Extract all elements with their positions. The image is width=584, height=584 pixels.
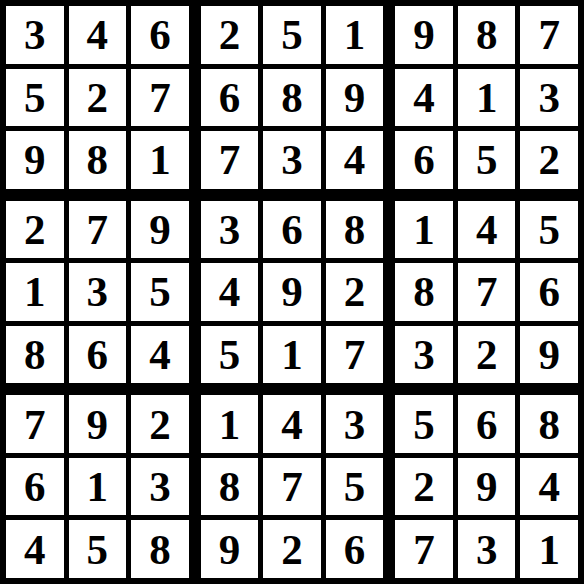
- cell-r8c5[interactable]: 7: [263, 458, 321, 516]
- cell-r3c7[interactable]: 6: [395, 131, 453, 189]
- cell-r3c1[interactable]: 9: [6, 131, 64, 189]
- cell-r1c6[interactable]: 1: [326, 6, 384, 64]
- cell-r7c1[interactable]: 7: [6, 395, 64, 453]
- cell-r9c1[interactable]: 4: [6, 520, 64, 578]
- cell-r6c5[interactable]: 1: [263, 326, 321, 384]
- page: 3462519875276894139817346522793681451354…: [0, 0, 584, 584]
- cell-r1c3[interactable]: 6: [131, 6, 189, 64]
- cell-r5c7[interactable]: 8: [395, 263, 453, 321]
- cell-r3c8[interactable]: 5: [458, 131, 516, 189]
- cell-r9c3[interactable]: 8: [131, 520, 189, 578]
- cell-r5c3[interactable]: 5: [131, 263, 189, 321]
- cell-r1c2[interactable]: 4: [69, 6, 127, 64]
- cell-r4c9[interactable]: 5: [520, 201, 578, 259]
- cell-r8c8[interactable]: 9: [458, 458, 516, 516]
- cell-r4c3[interactable]: 9: [131, 201, 189, 259]
- cell-r8c4[interactable]: 8: [201, 458, 259, 516]
- cell-r1c7[interactable]: 9: [395, 6, 453, 64]
- cell-r9c8[interactable]: 3: [458, 520, 516, 578]
- cell-r5c6[interactable]: 2: [326, 263, 384, 321]
- cell-r2c5[interactable]: 8: [263, 69, 321, 127]
- cell-r2c1[interactable]: 5: [6, 69, 64, 127]
- cell-r2c2[interactable]: 2: [69, 69, 127, 127]
- cell-r3c2[interactable]: 8: [69, 131, 127, 189]
- cell-r9c4[interactable]: 9: [201, 520, 259, 578]
- cell-r5c1[interactable]: 1: [6, 263, 64, 321]
- cell-r8c7[interactable]: 2: [395, 458, 453, 516]
- cell-r7c7[interactable]: 5: [395, 395, 453, 453]
- cell-r2c8[interactable]: 1: [458, 69, 516, 127]
- cell-r2c7[interactable]: 4: [395, 69, 453, 127]
- cell-r4c2[interactable]: 7: [69, 201, 127, 259]
- cell-r3c6[interactable]: 4: [326, 131, 384, 189]
- cell-r9c5[interactable]: 2: [263, 520, 321, 578]
- cell-r9c9[interactable]: 1: [520, 520, 578, 578]
- cell-r1c9[interactable]: 7: [520, 6, 578, 64]
- cell-r9c2[interactable]: 5: [69, 520, 127, 578]
- cell-r7c3[interactable]: 2: [131, 395, 189, 453]
- cell-r1c5[interactable]: 5: [263, 6, 321, 64]
- cell-r9c7[interactable]: 7: [395, 520, 453, 578]
- cell-r7c4[interactable]: 1: [201, 395, 259, 453]
- cell-r5c4[interactable]: 4: [201, 263, 259, 321]
- cell-r5c5[interactable]: 9: [263, 263, 321, 321]
- cell-r5c8[interactable]: 7: [458, 263, 516, 321]
- sudoku-board: 3462519875276894139817346522793681451354…: [0, 0, 584, 584]
- cell-r8c9[interactable]: 4: [520, 458, 578, 516]
- cell-r5c2[interactable]: 3: [69, 263, 127, 321]
- cell-r2c3[interactable]: 7: [131, 69, 189, 127]
- cell-r1c4[interactable]: 2: [201, 6, 259, 64]
- cell-r4c5[interactable]: 6: [263, 201, 321, 259]
- cell-r7c8[interactable]: 6: [458, 395, 516, 453]
- cell-r2c6[interactable]: 9: [326, 69, 384, 127]
- cell-r4c4[interactable]: 3: [201, 201, 259, 259]
- cell-r6c3[interactable]: 4: [131, 326, 189, 384]
- cell-r6c2[interactable]: 6: [69, 326, 127, 384]
- cell-r3c9[interactable]: 2: [520, 131, 578, 189]
- cell-r7c5[interactable]: 4: [263, 395, 321, 453]
- cell-r3c3[interactable]: 1: [131, 131, 189, 189]
- cell-r3c5[interactable]: 3: [263, 131, 321, 189]
- cell-r7c2[interactable]: 9: [69, 395, 127, 453]
- cell-r7c9[interactable]: 8: [520, 395, 578, 453]
- cell-r2c9[interactable]: 3: [520, 69, 578, 127]
- cell-r7c6[interactable]: 3: [326, 395, 384, 453]
- cell-r6c7[interactable]: 3: [395, 326, 453, 384]
- cell-r8c6[interactable]: 5: [326, 458, 384, 516]
- cell-r2c4[interactable]: 6: [201, 69, 259, 127]
- cell-r3c4[interactable]: 7: [201, 131, 259, 189]
- cell-r8c2[interactable]: 1: [69, 458, 127, 516]
- cell-r5c9[interactable]: 6: [520, 263, 578, 321]
- cell-r4c1[interactable]: 2: [6, 201, 64, 259]
- cell-r4c7[interactable]: 1: [395, 201, 453, 259]
- cell-r1c1[interactable]: 3: [6, 6, 64, 64]
- cell-r4c6[interactable]: 8: [326, 201, 384, 259]
- cell-r8c1[interactable]: 6: [6, 458, 64, 516]
- cell-r6c9[interactable]: 9: [520, 326, 578, 384]
- cell-r1c8[interactable]: 8: [458, 6, 516, 64]
- cell-r9c6[interactable]: 6: [326, 520, 384, 578]
- cell-r6c1[interactable]: 8: [6, 326, 64, 384]
- cell-r8c3[interactable]: 3: [131, 458, 189, 516]
- cell-r6c8[interactable]: 2: [458, 326, 516, 384]
- cell-r4c8[interactable]: 4: [458, 201, 516, 259]
- cell-r6c4[interactable]: 5: [201, 326, 259, 384]
- cell-r6c6[interactable]: 7: [326, 326, 384, 384]
